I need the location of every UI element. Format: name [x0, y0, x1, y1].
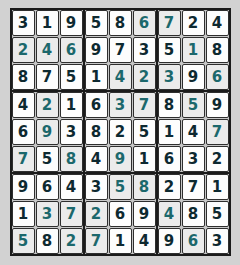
cell-r7c3[interactable]: 4: [60, 174, 83, 200]
cell-r3c8[interactable]: 9: [182, 64, 205, 90]
cell-r4c8[interactable]: 5: [182, 92, 205, 118]
cell-r3c7[interactable]: 3: [158, 64, 181, 90]
cell-r4c9[interactable]: 9: [206, 92, 229, 118]
cell-r8c2[interactable]: 3: [36, 201, 59, 227]
cell-r1c5[interactable]: 8: [109, 10, 132, 36]
cell-r2c1[interactable]: 2: [12, 37, 35, 63]
box-9: 271485963: [158, 174, 229, 254]
box-5: 637825491: [85, 92, 156, 172]
cell-r6c1[interactable]: 7: [12, 146, 35, 172]
cell-r7c5[interactable]: 5: [109, 174, 132, 200]
cell-r6c3[interactable]: 8: [60, 146, 83, 172]
cell-r9c6[interactable]: 4: [133, 228, 156, 254]
cell-r5c6[interactable]: 5: [133, 119, 156, 145]
cell-r9c5[interactable]: 1: [109, 228, 132, 254]
page: 3192468755869731427245183964216937586378…: [0, 0, 240, 265]
cell-r2c4[interactable]: 9: [85, 37, 108, 63]
cell-r7c8[interactable]: 7: [182, 174, 205, 200]
cell-r7c7[interactable]: 2: [158, 174, 181, 200]
cell-r7c2[interactable]: 6: [36, 174, 59, 200]
cell-r7c1[interactable]: 9: [12, 174, 35, 200]
cell-r4c3[interactable]: 1: [60, 92, 83, 118]
cell-r3c2[interactable]: 7: [36, 64, 59, 90]
cell-r6c9[interactable]: 2: [206, 146, 229, 172]
box-6: 859147632: [158, 92, 229, 172]
box-4: 421693758: [12, 92, 83, 172]
cell-r7c4[interactable]: 3: [85, 174, 108, 200]
cell-r4c6[interactable]: 7: [133, 92, 156, 118]
cell-r1c3[interactable]: 9: [60, 10, 83, 36]
cell-r6c4[interactable]: 4: [85, 146, 108, 172]
cell-r6c2[interactable]: 5: [36, 146, 59, 172]
cell-r4c5[interactable]: 3: [109, 92, 132, 118]
cell-r4c4[interactable]: 6: [85, 92, 108, 118]
cell-r5c8[interactable]: 4: [182, 119, 205, 145]
cell-r5c7[interactable]: 1: [158, 119, 181, 145]
cell-r8c7[interactable]: 4: [158, 201, 181, 227]
cell-r6c8[interactable]: 3: [182, 146, 205, 172]
cell-r4c2[interactable]: 2: [36, 92, 59, 118]
cell-r5c9[interactable]: 7: [206, 119, 229, 145]
cell-r6c7[interactable]: 6: [158, 146, 181, 172]
cell-r9c8[interactable]: 6: [182, 228, 205, 254]
cell-r3c9[interactable]: 6: [206, 64, 229, 90]
cell-r6c5[interactable]: 9: [109, 146, 132, 172]
cell-r1c7[interactable]: 7: [158, 10, 181, 36]
cell-r5c5[interactable]: 2: [109, 119, 132, 145]
cell-r8c9[interactable]: 5: [206, 201, 229, 227]
box-1: 319246875: [12, 10, 83, 90]
cell-r3c5[interactable]: 4: [109, 64, 132, 90]
sudoku-board: 3192468755869731427245183964216937586378…: [10, 8, 231, 256]
cell-r8c3[interactable]: 7: [60, 201, 83, 227]
cell-r9c1[interactable]: 5: [12, 228, 35, 254]
cell-r2c7[interactable]: 5: [158, 37, 181, 63]
cell-r4c7[interactable]: 8: [158, 92, 181, 118]
cell-r8c1[interactable]: 1: [12, 201, 35, 227]
cell-r9c7[interactable]: 9: [158, 228, 181, 254]
cell-r3c3[interactable]: 5: [60, 64, 83, 90]
cell-r1c8[interactable]: 2: [182, 10, 205, 36]
cell-r5c4[interactable]: 8: [85, 119, 108, 145]
cell-r5c1[interactable]: 6: [12, 119, 35, 145]
cell-r9c9[interactable]: 3: [206, 228, 229, 254]
cell-r1c1[interactable]: 3: [12, 10, 35, 36]
cell-r8c4[interactable]: 2: [85, 201, 108, 227]
cell-r3c1[interactable]: 8: [12, 64, 35, 90]
cell-r2c2[interactable]: 4: [36, 37, 59, 63]
box-3: 724518396: [158, 10, 229, 90]
cell-r2c6[interactable]: 3: [133, 37, 156, 63]
cell-r1c2[interactable]: 1: [36, 10, 59, 36]
cell-r4c1[interactable]: 4: [12, 92, 35, 118]
cell-r9c2[interactable]: 8: [36, 228, 59, 254]
box-7: 964137582: [12, 174, 83, 254]
cell-r9c4[interactable]: 7: [85, 228, 108, 254]
cell-r9c3[interactable]: 2: [60, 228, 83, 254]
cell-r8c5[interactable]: 6: [109, 201, 132, 227]
cell-r5c2[interactable]: 9: [36, 119, 59, 145]
box-2: 586973142: [85, 10, 156, 90]
cell-r2c3[interactable]: 6: [60, 37, 83, 63]
cell-r6c6[interactable]: 1: [133, 146, 156, 172]
cell-r1c9[interactable]: 4: [206, 10, 229, 36]
cell-r8c8[interactable]: 8: [182, 201, 205, 227]
cell-r3c6[interactable]: 2: [133, 64, 156, 90]
box-8: 358269714: [85, 174, 156, 254]
cell-r2c8[interactable]: 1: [182, 37, 205, 63]
cell-r5c3[interactable]: 3: [60, 119, 83, 145]
cell-r1c4[interactable]: 5: [85, 10, 108, 36]
cell-r2c9[interactable]: 8: [206, 37, 229, 63]
cell-r7c9[interactable]: 1: [206, 174, 229, 200]
cell-r8c6[interactable]: 9: [133, 201, 156, 227]
cell-r3c4[interactable]: 1: [85, 64, 108, 90]
cell-r7c6[interactable]: 8: [133, 174, 156, 200]
cell-r1c6[interactable]: 6: [133, 10, 156, 36]
cell-r2c5[interactable]: 7: [109, 37, 132, 63]
